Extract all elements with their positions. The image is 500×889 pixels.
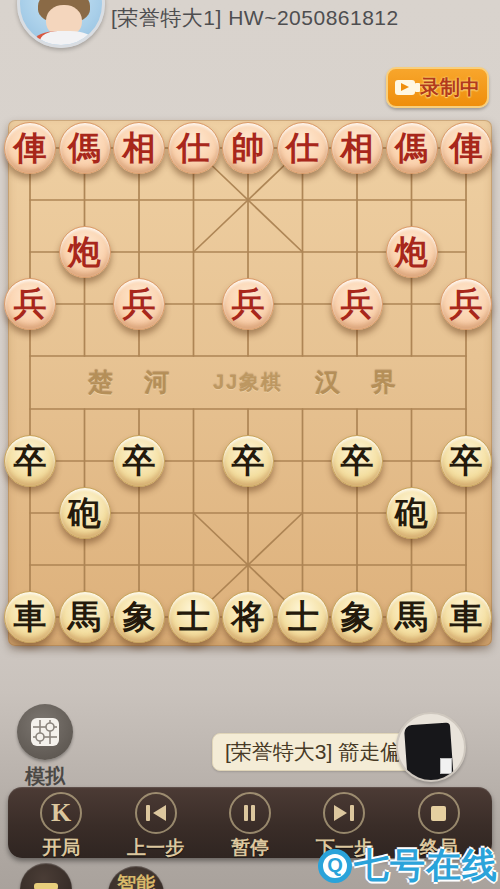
watermark-logo-icon: Q bbox=[318, 849, 352, 883]
piece-black-馬[interactable]: 馬 bbox=[59, 591, 111, 643]
piece-red-帥[interactable]: 帥 bbox=[222, 122, 274, 174]
watermark-text: 七号在线 bbox=[354, 842, 498, 889]
piece-red-仕[interactable]: 仕 bbox=[277, 122, 329, 174]
pause-label: 暂停 bbox=[231, 835, 269, 861]
piece-black-象[interactable]: 象 bbox=[331, 591, 383, 643]
piece-black-象[interactable]: 象 bbox=[113, 591, 165, 643]
piece-red-仕[interactable]: 仕 bbox=[168, 122, 220, 174]
piece-red-炮[interactable]: 炮 bbox=[59, 226, 111, 278]
piece-red-炮[interactable]: 炮 bbox=[386, 226, 438, 278]
simulate-circle bbox=[17, 704, 73, 760]
piece-red-俥[interactable]: 俥 bbox=[4, 122, 56, 174]
start-position-label: 开局 bbox=[42, 835, 80, 861]
piece-black-車[interactable]: 車 bbox=[4, 591, 56, 643]
previous-move-label: 上一步 bbox=[127, 835, 184, 861]
stop-square-icon bbox=[418, 792, 460, 834]
piece-red-兵[interactable]: 兵 bbox=[113, 278, 165, 330]
piece-black-車[interactable]: 車 bbox=[440, 591, 492, 643]
player-avatar[interactable] bbox=[17, 0, 105, 48]
piece-red-俥[interactable]: 俥 bbox=[440, 122, 492, 174]
next-icon bbox=[323, 792, 365, 834]
smart-label: 智能 bbox=[117, 873, 155, 889]
chat-message-text: [荣誉特大3] 箭走偏峰 bbox=[225, 738, 422, 766]
minus-icon bbox=[34, 883, 58, 889]
previous-move-button[interactable]: 上一步 bbox=[125, 792, 187, 861]
watermark: Q 七号在线 bbox=[318, 842, 498, 889]
piece-red-兵[interactable]: 兵 bbox=[222, 278, 274, 330]
player-name-label: [荣誉特大1] HW~2050861812 bbox=[111, 4, 399, 32]
start-position-button[interactable]: K 开局 bbox=[30, 792, 92, 861]
piece-black-卒[interactable]: 卒 bbox=[222, 435, 274, 487]
smart-button[interactable]: 智能 bbox=[108, 866, 164, 889]
piece-black-卒[interactable]: 卒 bbox=[4, 435, 56, 487]
board-grid-lines bbox=[8, 120, 492, 646]
piece-black-卒[interactable]: 卒 bbox=[113, 435, 165, 487]
piece-black-将[interactable]: 将 bbox=[222, 591, 274, 643]
avatar-body-shape bbox=[34, 31, 94, 48]
piece-red-兵[interactable]: 兵 bbox=[4, 278, 56, 330]
pause-icon bbox=[229, 792, 271, 834]
piece-black-卒[interactable]: 卒 bbox=[440, 435, 492, 487]
xiangqi-board[interactable]: 楚 河 JJ象棋 汉 界 俥傌相仕帥仕相傌俥炮炮兵兵兵兵兵卒卒卒卒卒砲砲車馬象士… bbox=[8, 120, 492, 646]
piece-black-砲[interactable]: 砲 bbox=[59, 487, 111, 539]
simulate-button[interactable]: 模拟 bbox=[16, 704, 74, 790]
piece-red-兵[interactable]: 兵 bbox=[440, 278, 492, 330]
piece-red-相[interactable]: 相 bbox=[113, 122, 165, 174]
skip-to-start-icon: K bbox=[40, 792, 82, 834]
app-screen: [荣誉特大1] HW~2050861812 录制中 bbox=[0, 0, 500, 889]
mini-board-icon bbox=[29, 716, 61, 748]
recording-label: 录制中 bbox=[420, 74, 480, 101]
video-camera-icon bbox=[395, 80, 415, 95]
piece-black-士[interactable]: 士 bbox=[168, 591, 220, 643]
piece-black-砲[interactable]: 砲 bbox=[386, 487, 438, 539]
pause-button[interactable]: 暂停 bbox=[219, 792, 281, 861]
recording-button[interactable]: 录制中 bbox=[386, 67, 489, 108]
menu-button[interactable] bbox=[20, 863, 72, 889]
piece-red-傌[interactable]: 傌 bbox=[386, 122, 438, 174]
opponent-avatar-photo-detail bbox=[440, 758, 452, 774]
piece-red-相[interactable]: 相 bbox=[331, 122, 383, 174]
piece-black-馬[interactable]: 馬 bbox=[386, 591, 438, 643]
piece-red-傌[interactable]: 傌 bbox=[59, 122, 111, 174]
simulate-label: 模拟 bbox=[16, 763, 74, 790]
previous-icon bbox=[135, 792, 177, 834]
piece-black-卒[interactable]: 卒 bbox=[331, 435, 383, 487]
piece-red-兵[interactable]: 兵 bbox=[331, 278, 383, 330]
opponent-avatar[interactable] bbox=[396, 712, 466, 782]
piece-black-士[interactable]: 士 bbox=[277, 591, 329, 643]
